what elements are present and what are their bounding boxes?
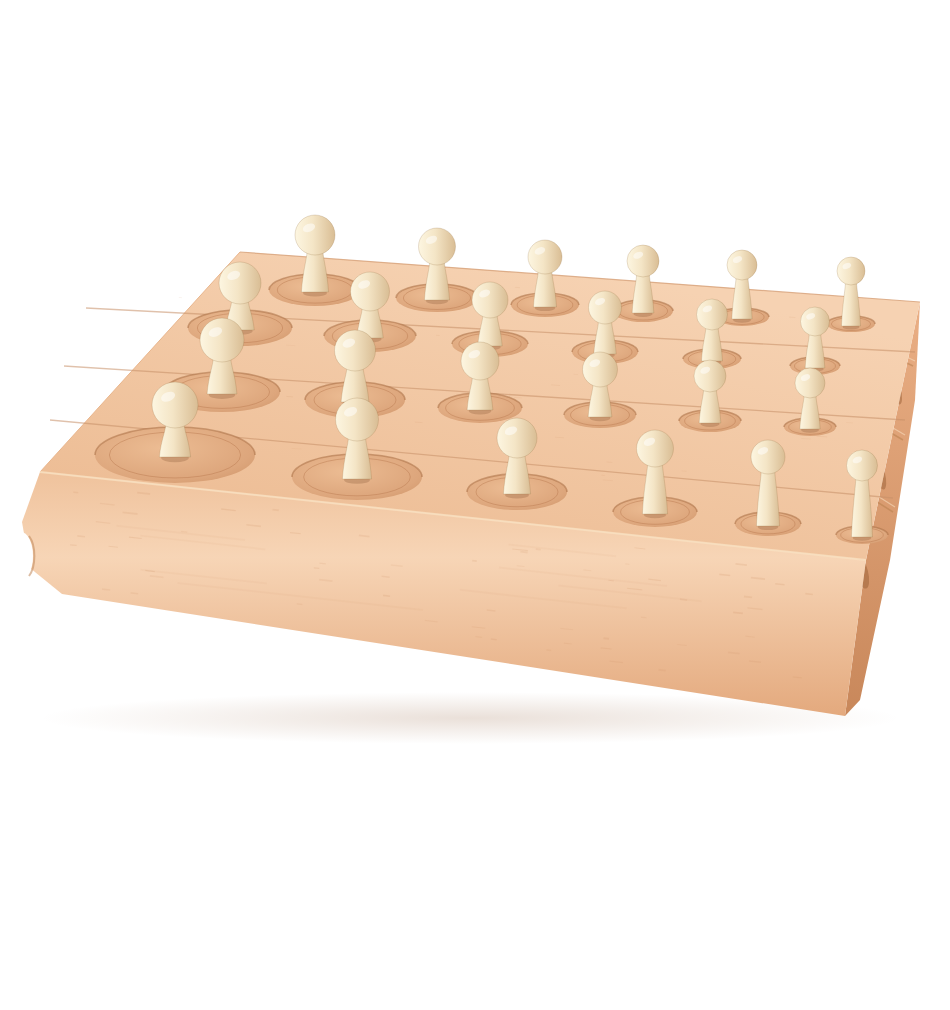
grain-speck bbox=[181, 531, 187, 532]
peg-knob bbox=[351, 272, 390, 311]
peg-knob bbox=[419, 228, 456, 265]
peg-knob bbox=[751, 440, 785, 474]
peg-knob bbox=[472, 282, 508, 318]
peg-knob bbox=[637, 430, 674, 467]
peg-knob bbox=[336, 398, 379, 441]
grain-speck bbox=[520, 552, 527, 553]
peg-knob bbox=[583, 352, 618, 387]
grain-speck bbox=[475, 637, 482, 638]
grain-speck bbox=[805, 594, 813, 595]
peg-body bbox=[732, 278, 752, 319]
grain-speck bbox=[641, 617, 647, 618]
peg-knob bbox=[697, 299, 728, 330]
grain-speck bbox=[359, 535, 370, 536]
peg-knob bbox=[847, 450, 878, 481]
grain-speck bbox=[551, 385, 560, 386]
grain-speck bbox=[472, 561, 477, 562]
grain-speck bbox=[297, 604, 303, 605]
grain-speck bbox=[536, 549, 541, 550]
grain-speck bbox=[491, 639, 497, 640]
peg-knob bbox=[589, 291, 622, 324]
grain-speck bbox=[719, 574, 730, 575]
grain-speck bbox=[744, 597, 752, 598]
cylinder-blocks-board bbox=[0, 0, 950, 1010]
grain-speck bbox=[77, 536, 85, 537]
grain-speck bbox=[382, 576, 390, 577]
peg-knob bbox=[152, 382, 198, 428]
grain-speck bbox=[487, 610, 496, 611]
product-photo-stage bbox=[0, 0, 950, 1010]
peg-knob bbox=[461, 342, 499, 380]
peg-knob bbox=[335, 330, 376, 371]
peg-knob bbox=[200, 318, 244, 362]
grain-speck bbox=[415, 422, 423, 423]
grain-speck bbox=[546, 650, 551, 651]
grain-speck bbox=[659, 670, 666, 671]
peg-knob bbox=[295, 215, 335, 255]
grain-speck bbox=[292, 448, 302, 449]
peg-knob bbox=[694, 360, 726, 392]
grain-speck bbox=[286, 345, 295, 346]
grain-speck bbox=[801, 438, 811, 439]
peg-knob bbox=[727, 250, 757, 280]
grain-speck bbox=[603, 480, 613, 481]
grain-speck bbox=[733, 612, 743, 613]
peg-knob bbox=[497, 418, 537, 458]
grain-speck bbox=[314, 568, 320, 569]
grain-speck bbox=[383, 595, 390, 596]
peg-knob bbox=[801, 307, 830, 336]
peg-knob bbox=[795, 368, 825, 398]
peg-knob bbox=[219, 262, 261, 304]
peg-knob bbox=[837, 257, 865, 285]
peg-body bbox=[841, 283, 860, 326]
grain-speck bbox=[102, 589, 110, 590]
peg-knob bbox=[627, 245, 659, 277]
peg-knob bbox=[528, 240, 562, 274]
grain-speck bbox=[514, 397, 522, 398]
grain-speck bbox=[70, 545, 77, 546]
grain-speck bbox=[272, 510, 278, 511]
grain-speck bbox=[73, 492, 78, 493]
grain-speck bbox=[555, 437, 564, 438]
peg-body bbox=[632, 274, 654, 313]
grain-speck bbox=[319, 563, 326, 564]
finger-notch-left bbox=[9, 532, 33, 580]
grain-speck bbox=[603, 638, 609, 639]
grain-speck bbox=[131, 593, 139, 594]
